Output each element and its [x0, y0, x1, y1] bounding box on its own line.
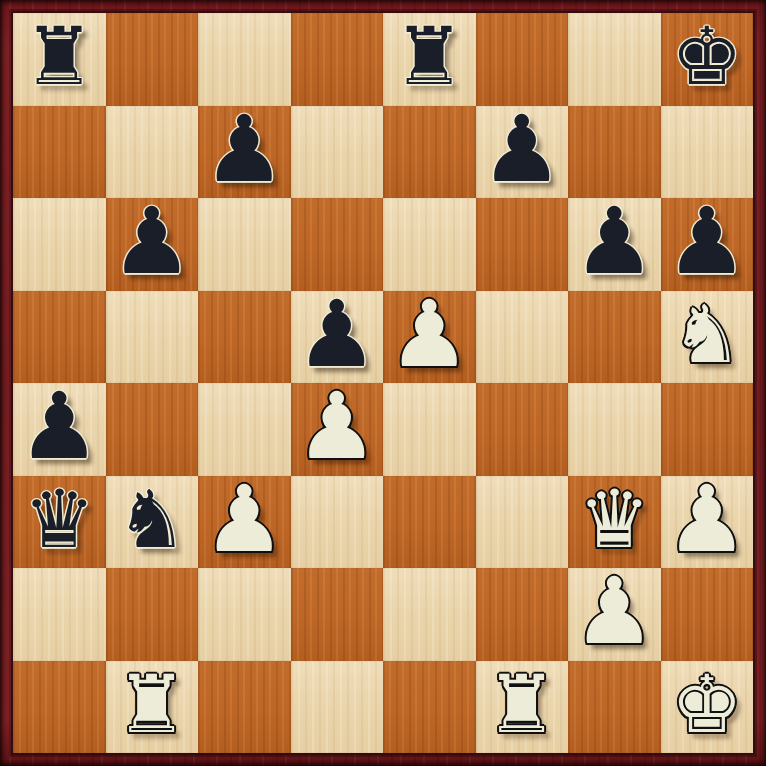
square-g5[interactable] [568, 291, 661, 384]
black-pawn-b6[interactable]: ♟ [111, 196, 193, 288]
chess-board: ♜♜♚♟♟♟♟♟♟♟♞♟♟♛♞♟♛♟♟♜♜♚ [13, 13, 753, 753]
white-king-h1[interactable]: ♚ [671, 665, 743, 745]
square-g4[interactable] [568, 383, 661, 476]
square-h2[interactable] [661, 568, 754, 661]
square-b3[interactable]: ♞ [106, 476, 199, 569]
square-a4[interactable]: ♟ [13, 383, 106, 476]
square-a3[interactable]: ♛ [13, 476, 106, 569]
square-f3[interactable] [476, 476, 569, 569]
square-g6[interactable]: ♟ [568, 198, 661, 291]
board-frame: ♜♜♚♟♟♟♟♟♟♟♞♟♟♛♞♟♛♟♟♜♜♚ [0, 0, 766, 766]
square-d6[interactable] [291, 198, 384, 291]
square-b8[interactable] [106, 13, 199, 106]
square-d8[interactable] [291, 13, 384, 106]
black-rook-a8[interactable]: ♜ [23, 17, 95, 97]
square-b6[interactable]: ♟ [106, 198, 199, 291]
square-d2[interactable] [291, 568, 384, 661]
square-d4[interactable]: ♟ [291, 383, 384, 476]
square-d7[interactable] [291, 106, 384, 199]
square-d3[interactable] [291, 476, 384, 569]
square-g8[interactable] [568, 13, 661, 106]
square-b4[interactable] [106, 383, 199, 476]
square-b1[interactable]: ♜ [106, 661, 199, 754]
square-a8[interactable]: ♜ [13, 13, 106, 106]
white-pawn-c3[interactable]: ♟ [203, 474, 285, 566]
square-e5[interactable]: ♟ [383, 291, 476, 384]
black-pawn-a4[interactable]: ♟ [18, 381, 100, 473]
white-rook-f1[interactable]: ♜ [486, 665, 558, 745]
black-queen-a3[interactable]: ♛ [23, 480, 95, 560]
black-knight-b3[interactable]: ♞ [116, 480, 188, 560]
white-pawn-e5[interactable]: ♟ [388, 289, 470, 381]
square-c8[interactable] [198, 13, 291, 106]
square-c2[interactable] [198, 568, 291, 661]
square-f8[interactable] [476, 13, 569, 106]
white-pawn-d4[interactable]: ♟ [296, 381, 378, 473]
square-h1[interactable]: ♚ [661, 661, 754, 754]
black-pawn-h6[interactable]: ♟ [666, 196, 748, 288]
square-f5[interactable] [476, 291, 569, 384]
square-h6[interactable]: ♟ [661, 198, 754, 291]
square-e4[interactable] [383, 383, 476, 476]
square-b2[interactable] [106, 568, 199, 661]
square-f4[interactable] [476, 383, 569, 476]
square-e7[interactable] [383, 106, 476, 199]
black-pawn-d5[interactable]: ♟ [296, 289, 378, 381]
square-b5[interactable] [106, 291, 199, 384]
square-g1[interactable] [568, 661, 661, 754]
square-c3[interactable]: ♟ [198, 476, 291, 569]
square-g7[interactable] [568, 106, 661, 199]
square-c7[interactable]: ♟ [198, 106, 291, 199]
square-h3[interactable]: ♟ [661, 476, 754, 569]
white-pawn-g2[interactable]: ♟ [573, 566, 655, 658]
square-g3[interactable]: ♛ [568, 476, 661, 569]
chess-app: ♜♜♚♟♟♟♟♟♟♟♞♟♟♛♞♟♛♟♟♜♜♚ [0, 0, 766, 766]
black-king-h8[interactable]: ♚ [671, 17, 743, 97]
square-d5[interactable]: ♟ [291, 291, 384, 384]
white-knight-h5[interactable]: ♞ [671, 295, 743, 375]
square-c5[interactable] [198, 291, 291, 384]
square-e8[interactable]: ♜ [383, 13, 476, 106]
black-pawn-f7[interactable]: ♟ [481, 104, 563, 196]
square-g2[interactable]: ♟ [568, 568, 661, 661]
square-h8[interactable]: ♚ [661, 13, 754, 106]
square-h5[interactable]: ♞ [661, 291, 754, 384]
square-f6[interactable] [476, 198, 569, 291]
square-a1[interactable] [13, 661, 106, 754]
white-queen-g3[interactable]: ♛ [578, 480, 650, 560]
square-c6[interactable] [198, 198, 291, 291]
square-f7[interactable]: ♟ [476, 106, 569, 199]
square-h7[interactable] [661, 106, 754, 199]
square-a6[interactable] [13, 198, 106, 291]
black-pawn-g6[interactable]: ♟ [573, 196, 655, 288]
square-a5[interactable] [13, 291, 106, 384]
square-e2[interactable] [383, 568, 476, 661]
white-rook-b1[interactable]: ♜ [116, 665, 188, 745]
square-e6[interactable] [383, 198, 476, 291]
square-d1[interactable] [291, 661, 384, 754]
square-e3[interactable] [383, 476, 476, 569]
white-pawn-h3[interactable]: ♟ [666, 474, 748, 566]
square-b7[interactable] [106, 106, 199, 199]
square-f1[interactable]: ♜ [476, 661, 569, 754]
square-a7[interactable] [13, 106, 106, 199]
black-pawn-c7[interactable]: ♟ [203, 104, 285, 196]
square-f2[interactable] [476, 568, 569, 661]
square-c4[interactable] [198, 383, 291, 476]
square-h4[interactable] [661, 383, 754, 476]
square-a2[interactable] [13, 568, 106, 661]
square-e1[interactable] [383, 661, 476, 754]
square-c1[interactable] [198, 661, 291, 754]
black-rook-e8[interactable]: ♜ [393, 17, 465, 97]
